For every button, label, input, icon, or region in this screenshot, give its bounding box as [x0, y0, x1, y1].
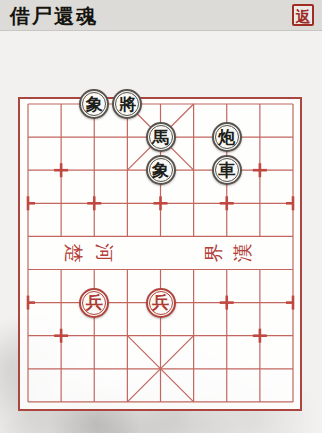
piece-label: 兵	[81, 290, 107, 316]
xiangqi-board[interactable]: 楚 河 界 漢 象將馬炮象車兵兵	[18, 97, 302, 411]
piece-label: 象	[81, 91, 107, 117]
piece-label: 車	[214, 157, 240, 183]
piece-black-elephant[interactable]: 象	[146, 155, 176, 185]
piece-label: 炮	[214, 124, 240, 150]
river-label-he: 河	[93, 242, 115, 264]
page-title: 借尸還魂	[10, 3, 98, 30]
river-label-han: 漢	[232, 242, 254, 264]
piece-label: 兵	[148, 290, 174, 316]
river-label-jie: 界	[203, 242, 225, 264]
river-label-chu: 楚	[62, 242, 84, 264]
header-bar: 借尸還魂 返	[0, 0, 322, 31]
piece-black-cannon[interactable]: 炮	[212, 122, 242, 152]
piece-red-soldier[interactable]: 兵	[146, 288, 176, 318]
piece-black-chariot[interactable]: 車	[212, 155, 242, 185]
piece-red-soldier[interactable]: 兵	[79, 288, 109, 318]
piece-black-elephant[interactable]: 象	[79, 89, 109, 119]
back-button[interactable]: 返	[292, 4, 314, 26]
piece-black-general[interactable]: 將	[112, 89, 142, 119]
app-page: 借尸還魂 返 楚 河 界 漢 象將馬炮象車兵兵	[0, 0, 322, 433]
piece-label: 將	[114, 91, 140, 117]
piece-black-horse[interactable]: 馬	[146, 122, 176, 152]
piece-label: 馬	[148, 124, 174, 150]
piece-label: 象	[148, 157, 174, 183]
